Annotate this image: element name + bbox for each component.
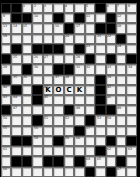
crossword-cell[interactable] bbox=[74, 146, 84, 156]
crossword-cell[interactable]: 26 bbox=[32, 54, 42, 64]
clue-number: 6 bbox=[107, 4, 109, 7]
crossword-cell[interactable]: 22 bbox=[106, 34, 116, 44]
crossword-cell[interactable] bbox=[126, 23, 136, 33]
crossword-cell[interactable]: 4 bbox=[64, 3, 74, 13]
clue-number: 37 bbox=[55, 75, 59, 78]
crossword-cell[interactable] bbox=[116, 54, 126, 64]
black-cell bbox=[53, 44, 63, 54]
clue-number: 43 bbox=[3, 95, 7, 98]
crossword-cell[interactable] bbox=[22, 34, 32, 44]
black-cell bbox=[1, 3, 11, 13]
crossword-cell[interactable]: 27 bbox=[43, 54, 53, 64]
crossword-cell[interactable]: 35 bbox=[11, 75, 21, 85]
clue-number: 22 bbox=[107, 34, 111, 37]
crossword-cell[interactable] bbox=[126, 75, 136, 85]
black-cell bbox=[126, 136, 136, 146]
clue-number: 59 bbox=[65, 136, 69, 139]
black-cell bbox=[95, 85, 105, 95]
crossword-cell[interactable] bbox=[53, 105, 63, 115]
entered-letter: K bbox=[44, 87, 52, 94]
crossword-cell[interactable] bbox=[126, 167, 136, 177]
crossword-cell[interactable]: 40 bbox=[1, 85, 11, 95]
crossword-cell[interactable] bbox=[74, 95, 84, 105]
clue-number: 7 bbox=[117, 4, 119, 7]
crossword-cell[interactable]: 29 bbox=[1, 64, 11, 74]
black-cell bbox=[11, 85, 21, 95]
crossword-cell[interactable]: 46 bbox=[106, 95, 116, 105]
clue-number: 13 bbox=[3, 24, 7, 27]
crossword-cell[interactable] bbox=[116, 64, 126, 74]
clue-number: 20 bbox=[65, 34, 69, 37]
crossword-cell[interactable]: 63 bbox=[126, 146, 136, 156]
crossword-cell[interactable] bbox=[11, 64, 21, 74]
crossword-cell[interactable]: 11 bbox=[85, 13, 95, 23]
clue-number: 60 bbox=[76, 136, 80, 139]
crossword-cell[interactable] bbox=[11, 34, 21, 44]
clue-number: 17 bbox=[76, 24, 80, 27]
clue-number: 45 bbox=[44, 95, 48, 98]
crossword-cell[interactable] bbox=[126, 105, 136, 115]
crossword-cell[interactable] bbox=[53, 126, 63, 136]
crossword-cell[interactable]: 34 bbox=[126, 64, 136, 74]
crossword-cell[interactable]: 59 bbox=[64, 136, 74, 146]
crossword-cell[interactable]: 21 bbox=[95, 34, 105, 44]
crossword-cell[interactable] bbox=[22, 54, 32, 64]
crossword-cell[interactable] bbox=[74, 167, 84, 177]
entered-letter: C bbox=[65, 87, 73, 94]
crossword-cell[interactable]: 50 bbox=[1, 115, 11, 125]
entered-letter: K bbox=[75, 87, 83, 94]
crossword-cell[interactable] bbox=[1, 156, 11, 166]
crossword-cell[interactable] bbox=[106, 126, 116, 136]
crossword-cell[interactable]: 23 bbox=[85, 44, 95, 54]
clue-number: 24 bbox=[117, 44, 121, 47]
clue-number: 65 bbox=[97, 157, 101, 160]
black-cell bbox=[95, 75, 105, 85]
crossword-cell[interactable] bbox=[126, 115, 136, 125]
crossword-cell[interactable] bbox=[22, 115, 32, 125]
black-cell bbox=[32, 115, 42, 125]
crossword-cell[interactable] bbox=[22, 146, 32, 156]
crossword-cell[interactable] bbox=[11, 146, 21, 156]
crossword-cell[interactable]: 1 bbox=[22, 3, 32, 13]
crossword-cell[interactable]: 65 bbox=[95, 156, 105, 166]
crossword-cell[interactable] bbox=[85, 105, 95, 115]
crossword-cell[interactable]: 67 bbox=[116, 167, 126, 177]
clue-number: 46 bbox=[107, 95, 111, 98]
crossword-cell[interactable] bbox=[116, 146, 126, 156]
crossword-cell[interactable] bbox=[126, 13, 136, 23]
clue-number: 44 bbox=[13, 95, 17, 98]
crossword-cell[interactable]: 15 bbox=[22, 23, 32, 33]
black-cell bbox=[106, 54, 116, 64]
crossword-cell[interactable] bbox=[11, 115, 21, 125]
crossword-cell[interactable] bbox=[85, 146, 95, 156]
crossword-cell[interactable] bbox=[32, 34, 42, 44]
black-cell bbox=[64, 64, 74, 74]
crossword-cell[interactable] bbox=[85, 85, 95, 95]
black-cell bbox=[1, 54, 11, 64]
black-cell bbox=[22, 156, 32, 166]
crossword-cell[interactable] bbox=[43, 105, 53, 115]
crossword-cell[interactable] bbox=[43, 34, 53, 44]
crossword-cell[interactable] bbox=[95, 13, 105, 23]
crossword-cell[interactable]: 32 bbox=[85, 64, 95, 74]
crossword-cell[interactable] bbox=[106, 156, 116, 166]
crossword-cell[interactable]: 64 bbox=[85, 156, 95, 166]
clue-number: 23 bbox=[86, 44, 90, 47]
clue-number: 40 bbox=[3, 85, 7, 88]
crossword-cell[interactable] bbox=[126, 126, 136, 136]
clue-number: 52 bbox=[65, 116, 69, 119]
black-cell bbox=[95, 95, 105, 105]
black-cell bbox=[85, 167, 95, 177]
clue-number: 64 bbox=[86, 157, 90, 160]
crossword-cell[interactable] bbox=[64, 146, 74, 156]
clue-number: 21 bbox=[97, 34, 101, 37]
black-cell bbox=[95, 146, 105, 156]
crossword-cell[interactable] bbox=[43, 146, 53, 156]
crossword-cell[interactable] bbox=[85, 23, 95, 33]
black-cell bbox=[1, 75, 11, 85]
black-cell bbox=[85, 54, 95, 64]
crossword-cell[interactable] bbox=[32, 146, 42, 156]
crossword-cell[interactable] bbox=[64, 126, 74, 136]
clue-number: 19 bbox=[3, 34, 7, 37]
clue-number: 47 bbox=[13, 106, 17, 109]
clue-number: 62 bbox=[107, 147, 111, 150]
black-cell bbox=[11, 136, 21, 146]
crossword-cell[interactable]: 52 bbox=[64, 115, 74, 125]
crossword-cell[interactable] bbox=[32, 156, 42, 166]
clue-number: 29 bbox=[3, 65, 7, 68]
crossword-cell[interactable]: 45 bbox=[43, 95, 53, 105]
black-cell bbox=[32, 85, 42, 95]
crossword-cell[interactable] bbox=[43, 23, 53, 33]
crossword-cell[interactable] bbox=[74, 115, 84, 125]
black-cell bbox=[53, 156, 63, 166]
clue-number: 67 bbox=[117, 167, 121, 170]
black-cell bbox=[74, 44, 84, 54]
clue-number: 63 bbox=[128, 147, 132, 150]
clue-number: 14 bbox=[13, 24, 17, 27]
crossword-cell[interactable]: 37 bbox=[53, 75, 63, 85]
black-cell bbox=[95, 3, 105, 13]
crossword-cell[interactable]: C bbox=[64, 85, 74, 95]
clue-number: 36 bbox=[23, 75, 27, 78]
black-cell bbox=[106, 105, 116, 115]
crossword-cell[interactable] bbox=[53, 3, 63, 13]
crossword-cell[interactable] bbox=[43, 64, 53, 74]
crossword-cell[interactable]: 18 bbox=[116, 23, 126, 33]
crossword-cell[interactable] bbox=[126, 85, 136, 95]
black-cell bbox=[95, 105, 105, 115]
clue-number: 2 bbox=[34, 4, 36, 7]
clue-number: 3 bbox=[44, 4, 46, 7]
crossword-cell[interactable] bbox=[43, 13, 53, 23]
crossword-cell[interactable]: 12 bbox=[116, 13, 126, 23]
crossword-cell[interactable]: 58 bbox=[32, 136, 42, 146]
crossword-cell[interactable]: 47 bbox=[11, 105, 21, 115]
black-cell bbox=[1, 105, 11, 115]
crossword-cell[interactable]: 24 bbox=[116, 44, 126, 54]
crossword-cell[interactable]: 42 bbox=[106, 85, 116, 95]
crossword-cell[interactable]: 57 bbox=[85, 126, 95, 136]
crossword-board: 1234567891011121314151617181920212223242… bbox=[1, 3, 137, 177]
clue-number: 31 bbox=[76, 65, 80, 68]
clue-number: 4 bbox=[65, 4, 67, 7]
crossword-cell[interactable]: 48 bbox=[74, 105, 84, 115]
black-cell bbox=[11, 156, 21, 166]
crossword-cell[interactable]: 14 bbox=[11, 23, 21, 33]
black-cell bbox=[74, 156, 84, 166]
crossword-cell[interactable]: 49 bbox=[116, 105, 126, 115]
crossword-cell[interactable]: 66 bbox=[1, 167, 11, 177]
crossword-cell[interactable] bbox=[95, 126, 105, 136]
clue-number: 32 bbox=[86, 65, 90, 68]
crossword-cell[interactable] bbox=[1, 136, 11, 146]
crossword-cell[interactable]: 19 bbox=[1, 34, 11, 44]
black-cell bbox=[53, 136, 63, 146]
crossword-cell[interactable] bbox=[85, 34, 95, 44]
clue-number: 25 bbox=[13, 55, 17, 58]
clue-number: 51 bbox=[44, 116, 48, 119]
black-cell bbox=[106, 13, 116, 23]
crossword-cell[interactable]: 62 bbox=[106, 146, 116, 156]
crossword-cell[interactable] bbox=[95, 44, 105, 54]
crossword-cell[interactable]: 10 bbox=[32, 13, 42, 23]
black-cell bbox=[106, 23, 116, 33]
black-cell bbox=[43, 156, 53, 166]
black-cell bbox=[32, 44, 42, 54]
crossword-cell[interactable] bbox=[116, 85, 126, 95]
black-cell bbox=[64, 105, 74, 115]
crossword-cell[interactable] bbox=[22, 44, 32, 54]
clue-number: 50 bbox=[3, 116, 7, 119]
crossword-cell[interactable] bbox=[74, 34, 84, 44]
crossword-cell[interactable] bbox=[11, 167, 21, 177]
crossword-cell[interactable]: 7 bbox=[116, 3, 126, 13]
crossword-cell[interactable]: 31 bbox=[74, 64, 84, 74]
crossword-cell[interactable] bbox=[85, 95, 95, 105]
crossword-cell[interactable]: 39 bbox=[106, 75, 116, 85]
clue-number: 66 bbox=[3, 167, 7, 170]
clue-number: 30 bbox=[34, 65, 38, 68]
crossword-cell[interactable] bbox=[74, 75, 84, 85]
black-cell bbox=[106, 167, 116, 177]
clue-number: 48 bbox=[76, 106, 80, 109]
crossword-cell[interactable]: 5 bbox=[85, 3, 95, 13]
clue-number: 9 bbox=[3, 14, 5, 17]
entered-letter: O bbox=[54, 87, 62, 94]
black-cell bbox=[22, 64, 32, 74]
black-cell bbox=[74, 126, 84, 136]
crossword-cell[interactable]: 2 bbox=[32, 3, 42, 13]
crossword-cell[interactable] bbox=[116, 75, 126, 85]
black-cell bbox=[64, 23, 74, 33]
crossword-cell[interactable] bbox=[22, 95, 32, 105]
crossword-cell[interactable]: 55 bbox=[1, 126, 11, 136]
clue-number: 28 bbox=[76, 55, 80, 58]
crossword-cell[interactable] bbox=[126, 95, 136, 105]
clue-number: 53 bbox=[97, 116, 101, 119]
black-cell bbox=[11, 13, 21, 23]
crossword-cell[interactable]: O bbox=[53, 85, 63, 95]
black-cell bbox=[43, 44, 53, 54]
crossword-cell[interactable] bbox=[53, 146, 63, 156]
clue-number: 18 bbox=[117, 24, 121, 27]
black-cell bbox=[32, 95, 42, 105]
crossword-cell[interactable] bbox=[95, 64, 105, 74]
crossword-cell[interactable]: 8 bbox=[126, 3, 136, 13]
clue-number: 61 bbox=[3, 147, 7, 150]
clue-number: 42 bbox=[107, 85, 111, 88]
crossword-cell[interactable] bbox=[126, 156, 136, 166]
clue-number: 38 bbox=[65, 75, 69, 78]
clue-number: 27 bbox=[44, 55, 48, 58]
crossword-cell[interactable]: 28 bbox=[74, 54, 84, 64]
clue-number: 11 bbox=[86, 14, 90, 17]
crossword-cell[interactable]: 9 bbox=[1, 13, 11, 23]
clue-number: 15 bbox=[23, 24, 27, 27]
clue-number: 33 bbox=[107, 65, 111, 68]
crossword-cell[interactable]: 16 bbox=[53, 23, 63, 33]
black-cell bbox=[74, 13, 84, 23]
crossword-cell[interactable] bbox=[32, 167, 42, 177]
black-cell bbox=[85, 115, 95, 125]
crossword-cell[interactable] bbox=[64, 54, 74, 64]
crossword-cell[interactable] bbox=[116, 126, 126, 136]
clue-number: 16 bbox=[55, 24, 59, 27]
clue-number: 55 bbox=[3, 126, 7, 129]
crossword-cell[interactable] bbox=[53, 167, 63, 177]
crossword-cell[interactable] bbox=[32, 105, 42, 115]
crossword-cell[interactable] bbox=[116, 115, 126, 125]
black-cell bbox=[95, 23, 105, 33]
crossword-cell[interactable] bbox=[64, 156, 74, 166]
crossword-cell[interactable] bbox=[53, 95, 63, 105]
crossword-cell[interactable] bbox=[74, 3, 84, 13]
clue-number: 34 bbox=[128, 65, 132, 68]
crossword-cell[interactable] bbox=[95, 54, 105, 64]
crossword-cell[interactable] bbox=[53, 54, 63, 64]
crossword-cell[interactable] bbox=[95, 136, 105, 146]
crossword-cell[interactable] bbox=[64, 95, 74, 105]
crossword-cell[interactable] bbox=[32, 75, 42, 85]
crossword-cell[interactable] bbox=[116, 95, 126, 105]
crossword-cell[interactable]: 41K bbox=[43, 85, 53, 95]
crossword-cell[interactable]: 30 bbox=[32, 64, 42, 74]
crossword-cell[interactable] bbox=[22, 167, 32, 177]
crossword-screenshot: { "game": "crossword", "board": { "rows_… bbox=[0, 0, 140, 177]
black-cell bbox=[22, 136, 32, 146]
crossword-cell[interactable] bbox=[64, 44, 74, 54]
clue-number: 35 bbox=[13, 75, 17, 78]
crossword-cell[interactable]: 17 bbox=[74, 23, 84, 33]
crossword-cell[interactable]: 61 bbox=[1, 146, 11, 156]
crossword-cell[interactable]: 6 bbox=[106, 3, 116, 13]
crossword-cell[interactable]: 20 bbox=[64, 34, 74, 44]
clue-number: 1 bbox=[23, 4, 25, 7]
crossword-cell[interactable]: 38 bbox=[64, 75, 74, 85]
black-cell bbox=[126, 54, 136, 64]
crossword-cell[interactable]: 3 bbox=[43, 3, 53, 13]
crossword-cell[interactable] bbox=[64, 13, 74, 23]
clue-number: 8 bbox=[128, 4, 130, 7]
crossword-cell[interactable] bbox=[43, 126, 53, 136]
crossword-cell[interactable] bbox=[43, 75, 53, 85]
crossword-cell[interactable] bbox=[53, 115, 63, 125]
clue-number: 58 bbox=[34, 136, 38, 139]
crossword-cell[interactable] bbox=[126, 44, 136, 54]
clue-number: 10 bbox=[34, 14, 38, 17]
crossword-cell[interactable]: 56 bbox=[32, 126, 42, 136]
crossword-cell[interactable]: 33 bbox=[106, 64, 116, 74]
crossword-cell[interactable] bbox=[43, 167, 53, 177]
clue-number: 54 bbox=[107, 116, 111, 119]
clue-number: 26 bbox=[34, 55, 38, 58]
black-cell bbox=[106, 136, 116, 146]
crossword-cell[interactable]: 53 bbox=[95, 115, 105, 125]
black-cell bbox=[116, 156, 126, 166]
crossword-cell[interactable] bbox=[22, 126, 32, 136]
crossword-cell[interactable]: K bbox=[74, 85, 84, 95]
clue-number: 5 bbox=[86, 4, 88, 7]
clue-number: 56 bbox=[34, 126, 38, 129]
crossword-cell[interactable] bbox=[85, 75, 95, 85]
crossword-cell[interactable] bbox=[22, 105, 32, 115]
black-cell bbox=[53, 64, 63, 74]
crossword-cell[interactable] bbox=[11, 126, 21, 136]
black-cell bbox=[22, 13, 32, 23]
crossword-cell[interactable] bbox=[116, 136, 126, 146]
clue-number: 57 bbox=[86, 126, 90, 129]
black-cell bbox=[11, 44, 21, 54]
crossword-cell[interactable] bbox=[32, 23, 42, 33]
crossword-cell[interactable] bbox=[126, 34, 136, 44]
crossword-cell[interactable] bbox=[1, 44, 11, 54]
crossword-cell[interactable]: 13 bbox=[1, 23, 11, 33]
crossword-cell[interactable]: 44 bbox=[11, 95, 21, 105]
black-cell bbox=[116, 34, 126, 44]
clue-number: 49 bbox=[117, 106, 121, 109]
crossword-cell[interactable] bbox=[64, 167, 74, 177]
crossword-cell[interactable]: 25 bbox=[11, 54, 21, 64]
crossword-cell[interactable]: 36 bbox=[22, 75, 32, 85]
crossword-cell[interactable]: 54 bbox=[106, 115, 116, 125]
crossword-cell[interactable] bbox=[106, 44, 116, 54]
crossword-cell[interactable]: 43 bbox=[1, 95, 11, 105]
crossword-cell[interactable] bbox=[95, 167, 105, 177]
black-cell bbox=[11, 3, 21, 13]
crossword-cell[interactable] bbox=[22, 85, 32, 95]
crossword-cell[interactable]: 60 bbox=[74, 136, 84, 146]
crossword-cell[interactable] bbox=[85, 136, 95, 146]
crossword-cell[interactable] bbox=[43, 136, 53, 146]
crossword-cell[interactable] bbox=[53, 34, 63, 44]
black-cell bbox=[53, 13, 63, 23]
clue-number: 12 bbox=[117, 14, 121, 17]
clue-number: 39 bbox=[107, 75, 111, 78]
crossword-cell[interactable]: 51 bbox=[43, 115, 53, 125]
